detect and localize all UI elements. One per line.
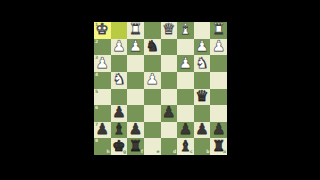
coord-rank-3: 3	[95, 56, 98, 61]
square-a2[interactable]: ♟	[210, 39, 227, 56]
square-f8[interactable]: ♜f	[127, 138, 144, 155]
square-c8[interactable]: ♝c	[177, 138, 194, 155]
piece-black-P-a7[interactable]: ♟	[212, 122, 225, 138]
square-d3[interactable]	[161, 55, 178, 72]
coord-rank-7: 7	[95, 123, 98, 128]
piece-white-P-b2[interactable]: ♟	[195, 39, 208, 55]
coord-file-e: e	[156, 150, 159, 155]
square-a7[interactable]: ♟	[210, 122, 227, 139]
square-f4[interactable]	[127, 72, 144, 89]
coord-file-c: c	[190, 150, 193, 155]
square-c4[interactable]	[177, 72, 194, 89]
square-d1[interactable]: ♛	[161, 22, 178, 39]
piece-white-R-f1[interactable]: ♜	[129, 22, 142, 38]
coord-file-b: b	[206, 150, 209, 155]
piece-black-P-f7[interactable]: ♟	[129, 122, 142, 138]
square-e5[interactable]	[144, 89, 161, 106]
coord-file-d: d	[173, 150, 176, 155]
piece-black-P-g6[interactable]: ♟	[112, 105, 125, 121]
piece-white-P-c3[interactable]: ♟	[179, 56, 192, 72]
square-e6[interactable]	[144, 105, 161, 122]
coord-rank-5: 5	[95, 90, 98, 95]
square-g8[interactable]: ♚g	[111, 138, 128, 155]
square-b3[interactable]: ♞	[194, 55, 211, 72]
square-g2[interactable]: ♟	[111, 39, 128, 56]
square-b4[interactable]	[194, 72, 211, 89]
square-a5[interactable]	[210, 89, 227, 106]
piece-white-P-g2[interactable]: ♟	[112, 39, 125, 55]
piece-white-B-c1[interactable]: ♝	[179, 22, 192, 38]
square-f3[interactable]	[127, 55, 144, 72]
coord-rank-2: 2	[95, 40, 98, 45]
square-c3[interactable]: ♟	[177, 55, 194, 72]
square-f7[interactable]: ♟	[127, 122, 144, 139]
square-c2[interactable]	[177, 39, 194, 56]
square-e4[interactable]: ♟	[144, 72, 161, 89]
square-h7[interactable]: ♟7	[94, 122, 111, 139]
square-b2[interactable]: ♟	[194, 39, 211, 56]
square-f5[interactable]	[127, 89, 144, 106]
piece-white-P-a2[interactable]: ♟	[212, 39, 225, 55]
piece-white-P-f2[interactable]: ♟	[129, 39, 142, 55]
piece-white-N-b3[interactable]: ♞	[195, 56, 208, 72]
piece-black-Q-b5[interactable]: ♛	[195, 89, 208, 105]
square-h8[interactable]: 8h	[94, 138, 111, 155]
square-f2[interactable]: ♟	[127, 39, 144, 56]
piece-black-P-c7[interactable]: ♟	[179, 122, 192, 138]
square-h5[interactable]: 5	[94, 89, 111, 106]
coord-file-g: g	[123, 150, 126, 155]
chess-board: ♚1♜♛♝♜2♟♟♞♟♟♟3♟♞4♞♟5♛6♟♟♟7♝♟♟♟♟8h♚g♜fed♝…	[94, 22, 227, 155]
square-e7[interactable]	[144, 122, 161, 139]
piece-black-P-d6[interactable]: ♟	[162, 105, 175, 121]
square-b8[interactable]: b	[194, 138, 211, 155]
square-b5[interactable]: ♛	[194, 89, 211, 106]
square-h2[interactable]: 2	[94, 39, 111, 56]
square-a3[interactable]	[210, 55, 227, 72]
square-c5[interactable]	[177, 89, 194, 106]
square-d7[interactable]	[161, 122, 178, 139]
square-c7[interactable]: ♟	[177, 122, 194, 139]
square-e8[interactable]: e	[144, 138, 161, 155]
square-h1[interactable]: ♚1	[94, 22, 111, 39]
square-h3[interactable]: ♟3	[94, 55, 111, 72]
piece-white-Q-d1[interactable]: ♛	[162, 22, 175, 38]
piece-white-R-a1[interactable]: ♜	[212, 22, 225, 38]
square-d4[interactable]	[161, 72, 178, 89]
square-b7[interactable]: ♟	[194, 122, 211, 139]
coord-file-a: a	[223, 150, 226, 155]
piece-white-N-g4[interactable]: ♞	[112, 72, 125, 88]
piece-black-B-g7[interactable]: ♝	[112, 122, 125, 138]
coord-file-f: f	[141, 150, 143, 155]
square-a4[interactable]	[210, 72, 227, 89]
coord-file-h: h	[106, 150, 109, 155]
coord-rank-8: 8	[95, 139, 98, 144]
square-g7[interactable]: ♝	[111, 122, 128, 139]
coord-rank-6: 6	[95, 106, 98, 111]
square-g4[interactable]: ♞	[111, 72, 128, 89]
letterbox-stage: ♚1♜♛♝♜2♟♟♞♟♟♟3♟♞4♞♟5♛6♟♟♟7♝♟♟♟♟8h♚g♜fed♝…	[0, 0, 320, 180]
square-a8[interactable]: ♜a	[210, 138, 227, 155]
square-e2[interactable]: ♞	[144, 39, 161, 56]
coord-rank-1: 1	[95, 23, 98, 28]
square-d2[interactable]	[161, 39, 178, 56]
square-d8[interactable]: d	[161, 138, 178, 155]
piece-black-P-b7[interactable]: ♟	[195, 122, 208, 138]
coord-rank-4: 4	[95, 73, 98, 78]
piece-white-P-e4[interactable]: ♟	[145, 72, 158, 88]
piece-black-N-e2[interactable]: ♞	[145, 39, 158, 55]
square-d6[interactable]: ♟	[161, 105, 178, 122]
square-c1[interactable]: ♝	[177, 22, 194, 39]
square-h4[interactable]: 4	[94, 72, 111, 89]
